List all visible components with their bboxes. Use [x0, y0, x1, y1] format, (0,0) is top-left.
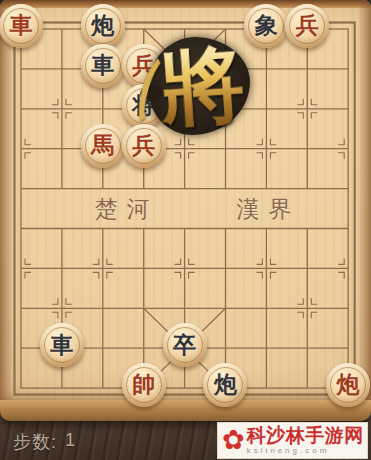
piece-red-soldier[interactable]: 兵	[285, 4, 329, 48]
piece-red-cannon[interactable]: 炮	[326, 363, 370, 407]
piece-black-soldier[interactable]: 卒	[163, 323, 207, 367]
xiangqi-board: 楚河 漢界 車炮象兵車兵将馬兵車卒帥炮炮 將	[0, 0, 371, 402]
game-screen: 楚河 漢界 車炮象兵車兵将馬兵車卒帥炮炮 將 步数: 1 ✿ 科沙林手游网 ks…	[0, 0, 371, 460]
check-animation: 將	[146, 35, 252, 137]
status-bar: 步数: 1	[13, 430, 76, 454]
move-count-value: 1	[65, 430, 76, 454]
piece-black-chariot[interactable]: 車	[40, 323, 84, 367]
piece-red-general[interactable]: 帥	[122, 363, 166, 407]
piece-black-cannon[interactable]: 炮	[203, 363, 247, 407]
piece-red-chariot[interactable]: 車	[0, 4, 43, 48]
piece-red-horse[interactable]: 馬	[81, 124, 125, 168]
check-glyph: 將	[158, 41, 248, 131]
watermark-domain: kslineng.com	[247, 446, 330, 455]
watermark-title: 科沙林手游网	[247, 426, 364, 446]
move-count-label: 步数:	[13, 430, 57, 454]
flower-icon: ✿	[222, 427, 245, 454]
piece-black-cannon[interactable]: 炮	[81, 4, 125, 48]
piece-black-chariot[interactable]: 車	[81, 44, 125, 88]
watermark: ✿ 科沙林手游网 kslineng.com	[217, 422, 368, 459]
board-front-edge	[0, 400, 371, 421]
